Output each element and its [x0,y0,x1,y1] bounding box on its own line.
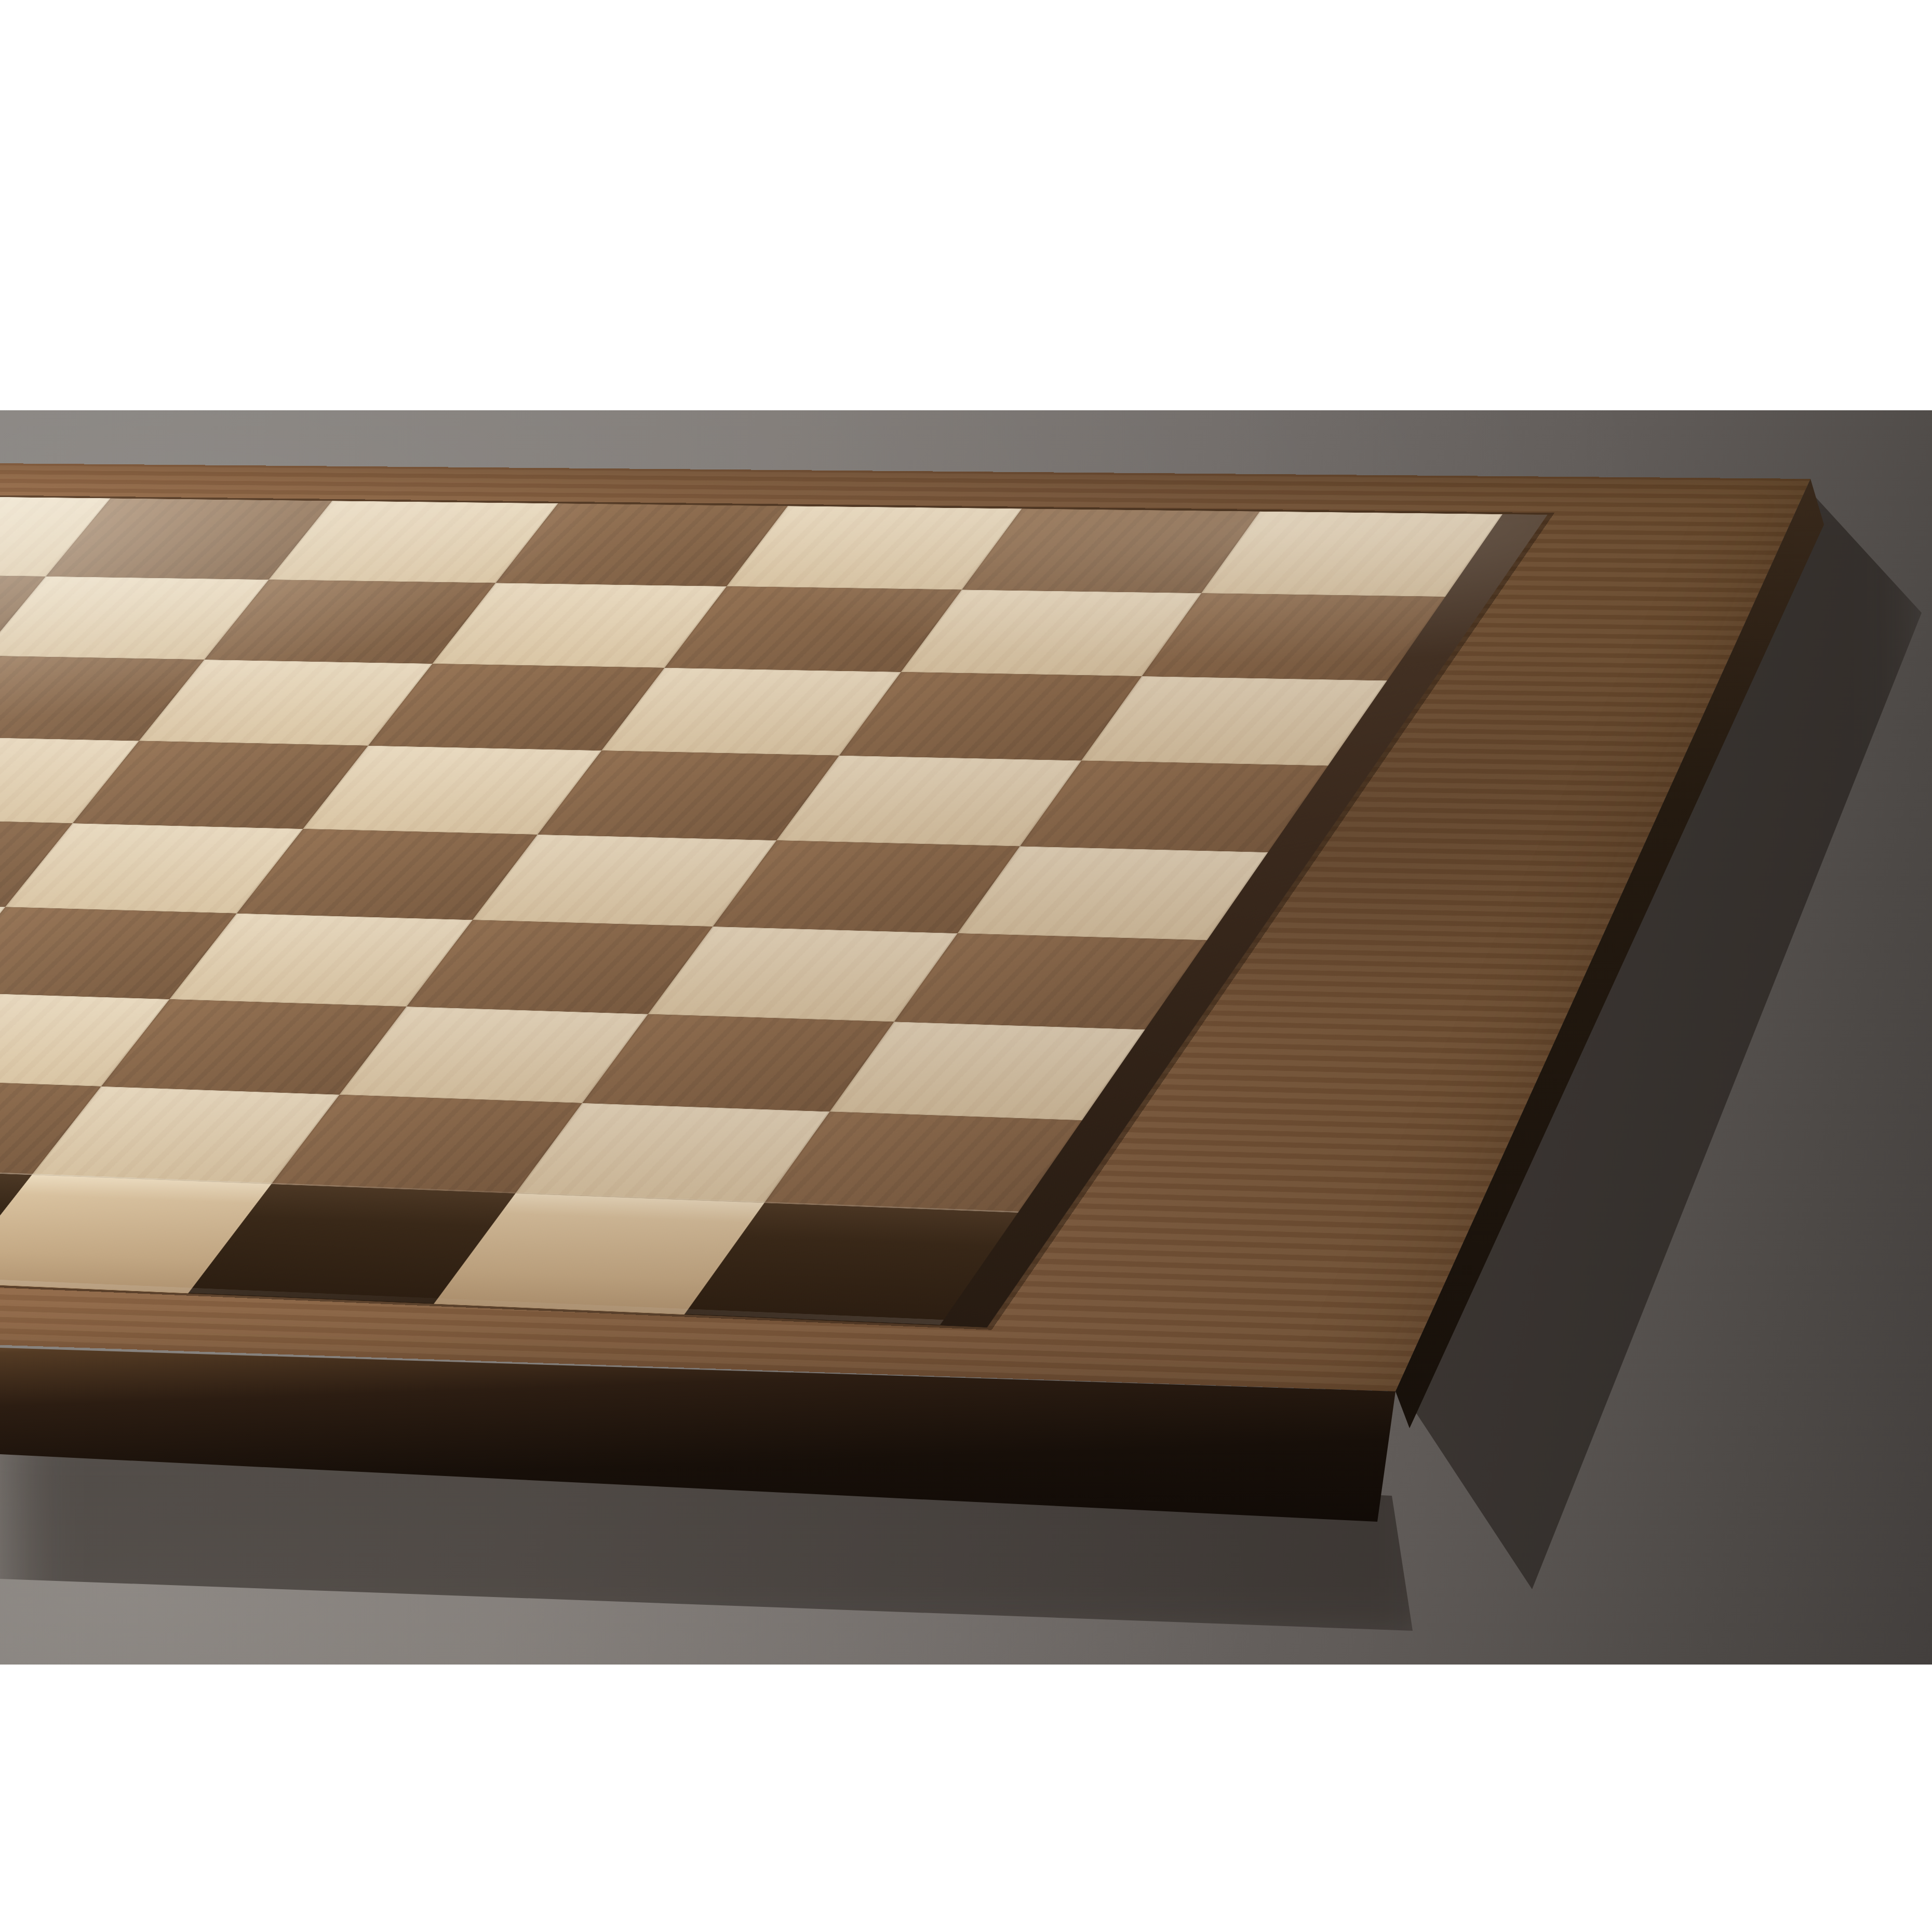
product-photo-scene [0,0,1932,1932]
